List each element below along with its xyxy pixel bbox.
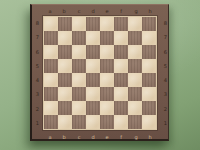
square-f8 (114, 17, 128, 31)
square-f6 (114, 45, 128, 59)
square-h8 (142, 17, 156, 31)
file-label-bottom-a: a (44, 133, 56, 141)
rank-labels-left: 87654321 (33, 16, 42, 130)
rank-label-right-3: 3 (162, 88, 170, 100)
square-c8 (72, 17, 86, 31)
square-b8 (58, 17, 72, 31)
rank-label-right-2: 2 (162, 103, 170, 115)
square-b4 (58, 73, 72, 87)
rank-label-left-4: 4 (34, 74, 42, 86)
square-g8 (128, 17, 142, 31)
square-d5 (86, 59, 100, 73)
square-e8 (100, 17, 114, 31)
square-b2 (58, 101, 72, 115)
rank-label-right-7: 7 (162, 31, 170, 43)
rank-label-right-8: 8 (162, 17, 170, 29)
square-e5 (100, 59, 114, 73)
file-label-top-a: a (44, 7, 56, 15)
square-h1 (142, 115, 156, 129)
rank-label-left-5: 5 (34, 60, 42, 72)
square-e7 (100, 31, 114, 45)
rank-label-left-8: 8 (34, 17, 42, 29)
square-c7 (72, 31, 86, 45)
file-label-top-h: h (144, 7, 156, 15)
rank-label-left-6: 6 (34, 46, 42, 58)
file-label-bottom-c: c (73, 133, 85, 141)
square-h4 (142, 73, 156, 87)
square-g7 (128, 31, 142, 45)
square-a8 (44, 17, 58, 31)
square-d1 (86, 115, 100, 129)
rank-label-right-6: 6 (162, 46, 170, 58)
square-c3 (72, 87, 86, 101)
file-label-bottom-e: e (101, 133, 113, 141)
square-b1 (58, 115, 72, 129)
chess-board: abcdefgh abcdefgh 87654321 87654321 (30, 4, 169, 141)
file-label-bottom-f: f (115, 133, 127, 141)
square-e2 (100, 101, 114, 115)
square-b5 (58, 59, 72, 73)
square-f4 (114, 73, 128, 87)
square-d2 (86, 101, 100, 115)
file-labels-top: abcdefgh (43, 6, 157, 15)
board-grid (43, 16, 157, 130)
file-label-bottom-g: g (130, 133, 142, 141)
square-f3 (114, 87, 128, 101)
square-g6 (128, 45, 142, 59)
file-label-top-b: b (58, 7, 70, 15)
square-g1 (128, 115, 142, 129)
square-f7 (114, 31, 128, 45)
square-b7 (58, 31, 72, 45)
square-h6 (142, 45, 156, 59)
square-g3 (128, 87, 142, 101)
rank-label-left-3: 3 (34, 88, 42, 100)
square-f5 (114, 59, 128, 73)
square-f2 (114, 101, 128, 115)
file-label-top-d: d (87, 7, 99, 15)
square-h7 (142, 31, 156, 45)
file-label-top-f: f (115, 7, 127, 15)
square-d6 (86, 45, 100, 59)
square-h5 (142, 59, 156, 73)
rank-label-right-5: 5 (162, 60, 170, 72)
rank-label-left-1: 1 (34, 117, 42, 129)
square-g2 (128, 101, 142, 115)
square-a3 (44, 87, 58, 101)
square-h2 (142, 101, 156, 115)
square-c1 (72, 115, 86, 129)
square-e6 (100, 45, 114, 59)
square-c5 (72, 59, 86, 73)
square-e3 (100, 87, 114, 101)
square-a1 (44, 115, 58, 129)
file-labels-bottom: abcdefgh (43, 132, 157, 141)
rank-label-left-2: 2 (34, 103, 42, 115)
square-b6 (58, 45, 72, 59)
file-label-bottom-d: d (87, 133, 99, 141)
square-a2 (44, 101, 58, 115)
file-label-bottom-h: h (144, 133, 156, 141)
rank-label-right-4: 4 (162, 74, 170, 86)
square-a7 (44, 31, 58, 45)
square-c4 (72, 73, 86, 87)
square-g5 (128, 59, 142, 73)
file-label-top-c: c (73, 7, 85, 15)
square-c6 (72, 45, 86, 59)
square-a4 (44, 73, 58, 87)
square-d7 (86, 31, 100, 45)
square-c2 (72, 101, 86, 115)
square-g4 (128, 73, 142, 87)
square-d3 (86, 87, 100, 101)
square-d8 (86, 17, 100, 31)
square-a5 (44, 59, 58, 73)
photo-background: abcdefgh abcdefgh 87654321 87654321 (0, 0, 200, 150)
file-label-top-e: e (101, 7, 113, 15)
square-h3 (142, 87, 156, 101)
file-label-top-g: g (130, 7, 142, 15)
file-label-bottom-b: b (58, 133, 70, 141)
square-a6 (44, 45, 58, 59)
rank-label-left-7: 7 (34, 31, 42, 43)
rank-labels-right: 87654321 (161, 16, 170, 130)
square-e1 (100, 115, 114, 129)
square-d4 (86, 73, 100, 87)
square-b3 (58, 87, 72, 101)
rank-label-right-1: 1 (162, 117, 170, 129)
square-e4 (100, 73, 114, 87)
square-f1 (114, 115, 128, 129)
